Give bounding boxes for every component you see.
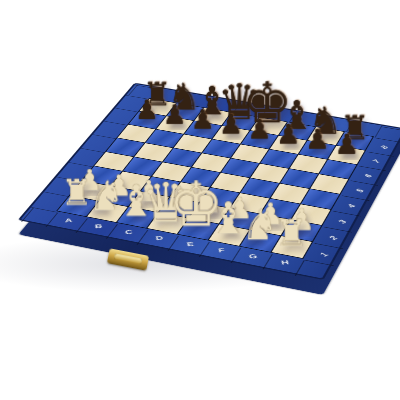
chess-set-photo: ABCDEFGH 12345678 ♜♞♝♛♚♝♞♜♟♟♟♟♟♟♟♟♟♟♟♟♟♟… (0, 0, 400, 400)
scene-perspective: ABCDEFGH 12345678 ♜♞♝♛♚♝♞♜♟♟♟♟♟♟♟♟♟♟♟♟♟♟… (0, 0, 400, 400)
clasp-latch (114, 253, 143, 264)
